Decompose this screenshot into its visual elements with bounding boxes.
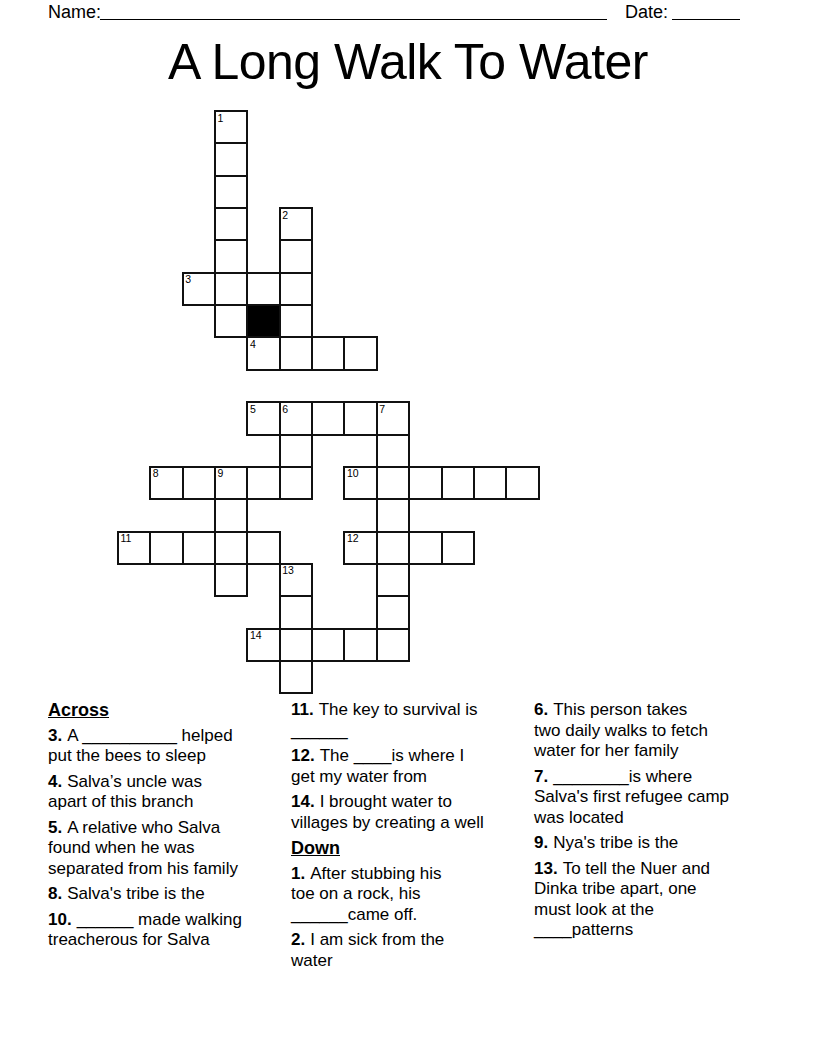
- clue-number: 12.: [291, 746, 315, 765]
- clue-text: The key to survival is ______: [291, 700, 477, 740]
- clue-number: 9.: [534, 833, 548, 852]
- grid-cell-r7c4[interactable]: 4: [246, 336, 280, 370]
- clue-down-9: 9.Nya's tribe is the: [534, 833, 774, 854]
- clue-down-13: 13.To tell the Nuer and Dinka tribe apar…: [534, 859, 774, 941]
- worksheet-page: Name: Date: A Long Walk To Water 1234567…: [0, 0, 816, 1056]
- grid-cell-r13c1[interactable]: [149, 531, 183, 565]
- clue-number: 3.: [48, 726, 62, 745]
- clue-number: 8.: [48, 884, 62, 903]
- grid-cell-r14c3[interactable]: [214, 563, 248, 597]
- grid-cell-r6c3[interactable]: [214, 304, 248, 338]
- grid-cell-r4c5[interactable]: [279, 239, 313, 273]
- clue-text: Nya's tribe is the: [553, 833, 678, 852]
- clue-text: ______ made walking treacherous for Salv…: [48, 910, 242, 950]
- cell-number-8: 8: [153, 468, 159, 479]
- cell-number-10: 10: [347, 468, 359, 479]
- grid-cell-r9c6[interactable]: [311, 401, 345, 435]
- grid-cell-r6c5[interactable]: [279, 304, 313, 338]
- clue-number: 1.: [291, 864, 305, 883]
- clue-across-12: 12.The ____is where I get my water from: [291, 746, 531, 787]
- clue-text: This person takes two daily walks to fet…: [534, 700, 708, 760]
- grid-cell-r11c5[interactable]: [279, 466, 313, 500]
- date-label: Date:: [625, 1, 668, 23]
- grid-cell-r13c3[interactable]: [214, 531, 248, 565]
- cell-number-6: 6: [282, 404, 288, 415]
- grid-cell-r13c0[interactable]: 11: [117, 531, 151, 565]
- grid-cell-r11c12[interactable]: [505, 466, 539, 500]
- clue-number: 14.: [291, 792, 315, 811]
- grid-cell-r9c8[interactable]: 7: [376, 401, 410, 435]
- clue-across-3: 3.A __________ helped put the bees to sl…: [48, 726, 288, 767]
- grid-cell-r13c9[interactable]: [408, 531, 442, 565]
- page-title: A Long Walk To Water: [0, 34, 816, 90]
- grid-cell-r5c5[interactable]: [279, 272, 313, 306]
- grid-cell-r11c2[interactable]: [182, 466, 216, 500]
- grid-cell-r14c5[interactable]: 13: [279, 563, 313, 597]
- clue-across-10: 10.______ made walking treacherous for S…: [48, 910, 288, 951]
- cell-number-4: 4: [250, 339, 256, 350]
- grid-cell-r12c8[interactable]: [376, 498, 410, 532]
- clue-down-6: 6.This person takes two daily walks to f…: [534, 700, 774, 762]
- cell-number-1: 1: [218, 113, 224, 124]
- grid-cell-r5c2[interactable]: 3: [182, 272, 216, 306]
- grid-cell-r15c8[interactable]: [376, 595, 410, 629]
- clue-text: I brought water to villages by creating …: [291, 792, 484, 832]
- clue-text: The ____is where I get my water from: [291, 746, 464, 786]
- clue-text: A __________ helped put the bees to slee…: [48, 726, 233, 766]
- clue-number: 5.: [48, 818, 62, 837]
- clue-text: ________is where Salva's first refugee c…: [534, 767, 729, 827]
- cell-number-12: 12: [347, 533, 359, 544]
- grid-cell-r4c3[interactable]: [214, 239, 248, 273]
- grid-cell-r11c4[interactable]: [246, 466, 280, 500]
- clue-column-left: Across3.A __________ helped put the bees…: [48, 700, 288, 956]
- grid-cell-r5c3[interactable]: [214, 272, 248, 306]
- clue-number: 10.: [48, 910, 72, 929]
- grid-cell-r11c10[interactable]: [441, 466, 475, 500]
- cell-number-9: 9: [218, 468, 224, 479]
- grid-cell-r3c3[interactable]: [214, 207, 248, 241]
- clue-number: 6.: [534, 700, 548, 719]
- grid-cell-r16c5[interactable]: [279, 628, 313, 662]
- grid-cell-r13c4[interactable]: [246, 531, 280, 565]
- clue-down-7: 7.________is where Salva's first refugee…: [534, 767, 774, 829]
- grid-cell-r16c8[interactable]: [376, 628, 410, 662]
- clue-down-2: 2.I am sick from the water: [291, 930, 531, 971]
- cell-number-7: 7: [379, 404, 385, 415]
- grid-cell-r13c10[interactable]: [441, 531, 475, 565]
- clue-column-right: 6.This person takes two daily walks to f…: [534, 700, 774, 946]
- grid-cell-r12c3[interactable]: [214, 498, 248, 532]
- clue-across-8: 8.Salva's tribe is the: [48, 884, 288, 905]
- name-blank-line: [100, 18, 607, 20]
- clue-across-4: 4.Salva’s uncle was apart of this branch: [48, 772, 288, 813]
- grid-cell-r11c3[interactable]: 9: [214, 466, 248, 500]
- grid-cell-r11c1[interactable]: 8: [149, 466, 183, 500]
- grid-cell-r11c9[interactable]: [408, 466, 442, 500]
- clue-across-5: 5.A relative who Salva found when he was…: [48, 818, 288, 880]
- clue-number: 7.: [534, 767, 548, 786]
- clue-across-11: 11.The key to survival is ______: [291, 700, 531, 741]
- grid-cell-r1c3[interactable]: [214, 142, 248, 176]
- grid-cell-r16c6[interactable]: [311, 628, 345, 662]
- cell-number-14: 14: [250, 630, 262, 641]
- clue-number: 4.: [48, 772, 62, 791]
- grid-cell-r3c5[interactable]: 2: [279, 207, 313, 241]
- grid-cell-r15c5[interactable]: [279, 595, 313, 629]
- clue-text: Salva's tribe is the: [67, 884, 204, 903]
- grid-cell-r13c8[interactable]: [376, 531, 410, 565]
- clue-column-middle: 11.The key to survival is ______12.The _…: [291, 700, 531, 976]
- cell-number-3: 3: [185, 274, 191, 285]
- cell-number-2: 2: [282, 210, 288, 221]
- grid-cell-r0c3[interactable]: 1: [214, 110, 248, 144]
- clue-text: To tell the Nuer and Dinka tribe apart, …: [534, 859, 710, 940]
- cell-number-5: 5: [250, 404, 256, 415]
- clue-text: I am sick from the water: [291, 930, 444, 970]
- grid-cell-r16c7[interactable]: [343, 628, 377, 662]
- clue-text: After stubbing his toe on a rock, his __…: [291, 864, 442, 924]
- grid-cell-r7c5[interactable]: [279, 336, 313, 370]
- grid-cell-r10c8[interactable]: [376, 434, 410, 468]
- grid-cell-r7c7[interactable]: [343, 336, 377, 370]
- grid-cell-r11c8[interactable]: [376, 466, 410, 500]
- grid-cell-r14c8[interactable]: [376, 563, 410, 597]
- grid-cell-r7c6[interactable]: [311, 336, 345, 370]
- cell-number-11: 11: [121, 533, 132, 544]
- clue-across-14: 14.I brought water to villages by creati…: [291, 792, 531, 833]
- grid-cell-r9c4[interactable]: 5: [246, 401, 280, 435]
- grid-cell-r10c5[interactable]: [279, 434, 313, 468]
- cell-number-13: 13: [282, 565, 294, 576]
- block-cell-r6c4: [246, 304, 280, 338]
- clue-number: 2.: [291, 930, 305, 949]
- name-label: Name:: [48, 1, 101, 23]
- date-blank-line: [672, 18, 740, 20]
- clue-heading-down: Down: [291, 838, 531, 859]
- grid-cell-r5c4[interactable]: [246, 272, 280, 306]
- clue-number: 11.: [291, 700, 314, 719]
- grid-cell-r13c2[interactable]: [182, 531, 216, 565]
- grid-cell-r13c7[interactable]: 12: [343, 531, 377, 565]
- clue-text: Salva’s uncle was apart of this branch: [48, 772, 202, 812]
- clue-down-1: 1.After stubbing his toe on a rock, his …: [291, 864, 531, 926]
- clue-number: 13.: [534, 859, 558, 878]
- grid-cell-r17c5[interactable]: [279, 660, 313, 694]
- clue-text: A relative who Salva found when he was s…: [48, 818, 238, 878]
- grid-cell-r11c7[interactable]: 10: [343, 466, 377, 500]
- clue-heading-across: Across: [48, 700, 288, 721]
- grid-cell-r9c7[interactable]: [343, 401, 377, 435]
- grid-cell-r16c4[interactable]: 14: [246, 628, 280, 662]
- grid-cell-r2c3[interactable]: [214, 175, 248, 209]
- crossword-grid: 1234567891011121314: [117, 110, 540, 695]
- grid-cell-r11c11[interactable]: [473, 466, 507, 500]
- grid-cell-r9c5[interactable]: 6: [279, 401, 313, 435]
